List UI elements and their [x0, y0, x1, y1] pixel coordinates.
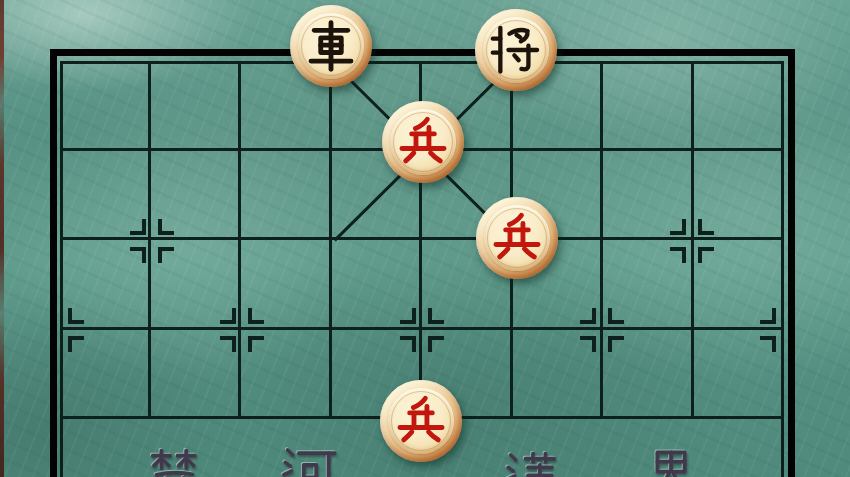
river-character	[279, 436, 341, 477]
soldier-point-marker	[608, 336, 624, 352]
soldier-point-marker	[760, 336, 776, 352]
river-character	[640, 439, 702, 477]
soldier-point-marker	[68, 336, 84, 352]
piece-red-soldier[interactable]	[382, 101, 464, 183]
river-character	[502, 441, 564, 477]
soldier-point-marker	[68, 308, 84, 324]
cannon-point-marker	[698, 219, 714, 235]
board-cell	[241, 151, 332, 241]
soldier-point-marker	[580, 336, 596, 352]
cannon-point-marker	[670, 247, 686, 263]
piece-character	[394, 394, 448, 448]
soldier-point-marker	[760, 308, 776, 324]
board-cell	[60, 61, 151, 151]
cannon-point-marker	[158, 247, 174, 263]
cannon-point-marker	[698, 247, 714, 263]
soldier-point-marker	[400, 336, 416, 352]
piece-character	[489, 23, 543, 77]
soldier-point-marker	[220, 308, 236, 324]
piece-black-general[interactable]	[475, 9, 557, 91]
soldier-point-marker	[580, 308, 596, 324]
piece-character	[304, 19, 358, 73]
cannon-point-marker	[130, 247, 146, 263]
soldier-point-marker	[248, 336, 264, 352]
piece-black-chariot[interactable]	[290, 5, 372, 87]
cannon-point-marker	[158, 219, 174, 235]
soldier-point-marker	[428, 336, 444, 352]
piece-character	[490, 211, 544, 265]
soldier-point-marker	[248, 308, 264, 324]
cannon-point-marker	[670, 219, 686, 235]
video-edge-artifact	[0, 0, 4, 477]
soldier-point-marker	[400, 308, 416, 324]
piece-red-soldier[interactable]	[380, 380, 462, 462]
piece-red-soldier[interactable]	[476, 197, 558, 279]
soldier-point-marker	[608, 308, 624, 324]
board-cell	[694, 61, 785, 151]
board-cell	[151, 61, 242, 151]
piece-character	[396, 115, 450, 169]
river-character	[144, 438, 206, 477]
board-cell	[603, 61, 694, 151]
xiangqi-board	[0, 0, 850, 477]
soldier-point-marker	[428, 308, 444, 324]
soldier-point-marker	[220, 336, 236, 352]
cannon-point-marker	[130, 219, 146, 235]
